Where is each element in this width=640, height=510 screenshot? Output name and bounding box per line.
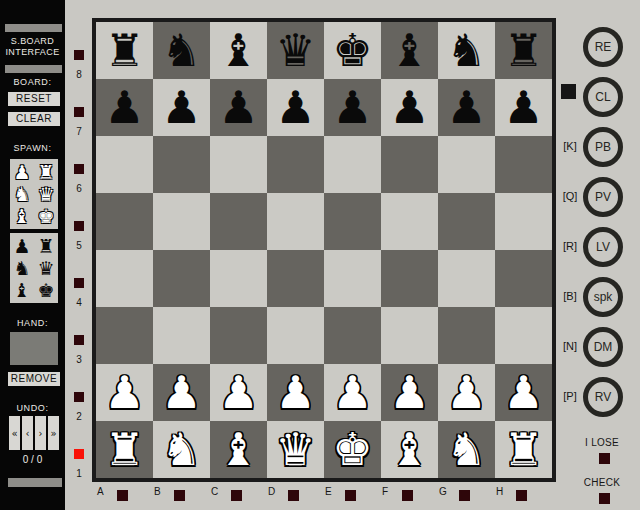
black-pawn: ♟ xyxy=(161,85,201,130)
rank-label-6: 6 xyxy=(70,183,88,194)
spawn-piece-black-king[interactable]: ♚ xyxy=(34,279,58,301)
rank-label-2: 2 xyxy=(70,411,88,422)
square-h3[interactable] xyxy=(495,307,552,364)
square-h8[interactable]: ♜ xyxy=(495,22,552,79)
rank-label-1: 1 xyxy=(70,468,88,479)
black-queen: ♛ xyxy=(275,28,315,73)
key-tag-r: [R] xyxy=(558,240,582,252)
spawn-piece-white-knight[interactable]: ♞ xyxy=(10,183,34,205)
white-pawn: ♟ xyxy=(275,370,315,415)
spawn-piece-black-queen[interactable]: ♛ xyxy=(34,257,58,279)
square-e6[interactable] xyxy=(324,136,381,193)
cl-indicator-square xyxy=(561,84,576,99)
spawn-piece-black-bishop[interactable]: ♝ xyxy=(10,279,34,301)
undo-all-button[interactable]: « xyxy=(9,416,20,450)
square-g6[interactable] xyxy=(438,136,495,193)
square-h1[interactable]: ♜ xyxy=(495,421,552,478)
square-g8[interactable]: ♞ xyxy=(438,22,495,79)
app-title: S.BOARD INTERFACE xyxy=(0,36,65,58)
rank-led-1 xyxy=(74,449,84,459)
spawn-piece-white-pawn[interactable]: ♟ xyxy=(10,161,34,183)
square-b5[interactable] xyxy=(153,193,210,250)
square-d6[interactable] xyxy=(267,136,324,193)
white-pawn: ♟ xyxy=(446,370,486,415)
square-b6[interactable] xyxy=(153,136,210,193)
reset-button[interactable]: RESET xyxy=(8,92,60,106)
square-e5[interactable] xyxy=(324,193,381,250)
hand-section-label: HAND: xyxy=(0,318,65,328)
square-a1[interactable]: ♜ xyxy=(96,421,153,478)
square-c6[interactable] xyxy=(210,136,267,193)
square-d3[interactable] xyxy=(267,307,324,364)
white-rook: ♜ xyxy=(104,427,144,472)
square-f2[interactable]: ♟ xyxy=(381,364,438,421)
redo-all-button[interactable]: » xyxy=(48,416,59,450)
square-c3[interactable] xyxy=(210,307,267,364)
file-led-b xyxy=(174,490,185,501)
square-g2[interactable]: ♟ xyxy=(438,364,495,421)
rank-label-3: 3 xyxy=(70,354,88,365)
square-b3[interactable] xyxy=(153,307,210,364)
footer-bar xyxy=(8,478,62,487)
square-b4[interactable] xyxy=(153,250,210,307)
pb-button[interactable]: PB xyxy=(583,127,623,167)
square-a8[interactable]: ♜ xyxy=(96,22,153,79)
i-lose-label: I LOSE xyxy=(569,437,635,448)
rank-led-6 xyxy=(74,164,84,174)
square-d4[interactable] xyxy=(267,250,324,307)
key-tag-b: [B] xyxy=(558,290,582,302)
black-bishop: ♝ xyxy=(389,28,429,73)
white-bishop: ♝ xyxy=(218,427,258,472)
rank-led-2 xyxy=(74,392,84,402)
board-frame: ♜♞♝♛♚♝♞♜♟♟♟♟♟♟♟♟♟♟♟♟♟♟♟♟♜♞♝♛♚♝♞♜ xyxy=(92,18,556,482)
undo-button-group: «‹›» xyxy=(9,416,59,450)
square-f1[interactable]: ♝ xyxy=(381,421,438,478)
spawn-piece-black-pawn[interactable]: ♟ xyxy=(10,235,34,257)
file-label-e: E xyxy=(325,486,332,497)
dm-button[interactable]: DM xyxy=(583,327,623,367)
black-rook: ♜ xyxy=(104,28,144,73)
check-led xyxy=(599,493,610,504)
file-led-d xyxy=(288,490,299,501)
black-pawn: ♟ xyxy=(275,85,315,130)
square-e1[interactable]: ♚ xyxy=(324,421,381,478)
square-e3[interactable] xyxy=(324,307,381,364)
square-a5[interactable] xyxy=(96,193,153,250)
square-h5[interactable] xyxy=(495,193,552,250)
square-f7[interactable]: ♟ xyxy=(381,79,438,136)
square-g7[interactable]: ♟ xyxy=(438,79,495,136)
square-e4[interactable] xyxy=(324,250,381,307)
key-tag-n: [N] xyxy=(558,340,582,352)
black-knight: ♞ xyxy=(161,28,201,73)
clear-button[interactable]: CLEAR xyxy=(8,112,60,126)
rank-led-5 xyxy=(74,221,84,231)
file-led-a xyxy=(117,490,128,501)
white-pawn: ♟ xyxy=(503,370,543,415)
white-pawn: ♟ xyxy=(389,370,429,415)
file-label-g: G xyxy=(439,486,447,497)
undo-button[interactable]: ‹ xyxy=(22,416,33,450)
white-pawn: ♟ xyxy=(161,370,201,415)
file-label-d: D xyxy=(268,486,275,497)
white-pawn: ♟ xyxy=(332,370,372,415)
spawn-piece-black-knight[interactable]: ♞ xyxy=(10,257,34,279)
square-e8[interactable]: ♚ xyxy=(324,22,381,79)
re-button[interactable]: RE xyxy=(583,27,623,67)
square-c8[interactable]: ♝ xyxy=(210,22,267,79)
black-king: ♚ xyxy=(332,28,372,73)
square-c5[interactable] xyxy=(210,193,267,250)
rank-label-7: 7 xyxy=(70,126,88,137)
board-section-label: BOARD: xyxy=(0,77,65,87)
square-f8[interactable]: ♝ xyxy=(381,22,438,79)
key-tag-k: [K] xyxy=(558,140,582,152)
file-label-b: B xyxy=(154,486,161,497)
square-c7[interactable]: ♟ xyxy=(210,79,267,136)
rank-led-3 xyxy=(74,335,84,345)
rank-led-4 xyxy=(74,278,84,288)
check-label: CHECK xyxy=(569,477,635,488)
square-d8[interactable]: ♛ xyxy=(267,22,324,79)
white-pawn: ♟ xyxy=(104,370,144,415)
square-h2[interactable]: ♟ xyxy=(495,364,552,421)
square-a3[interactable] xyxy=(96,307,153,364)
key-tag-p: [P] xyxy=(558,390,582,402)
square-h7[interactable]: ♟ xyxy=(495,79,552,136)
title-divider-bottom xyxy=(5,65,62,73)
square-a7[interactable]: ♟ xyxy=(96,79,153,136)
file-led-c xyxy=(231,490,242,501)
white-queen: ♛ xyxy=(275,427,315,472)
cl-button[interactable]: CL xyxy=(583,77,623,117)
square-d1[interactable]: ♛ xyxy=(267,421,324,478)
square-g1[interactable]: ♞ xyxy=(438,421,495,478)
spk-button[interactable]: spk xyxy=(583,277,623,317)
square-a4[interactable] xyxy=(96,250,153,307)
white-knight: ♞ xyxy=(446,427,486,472)
redo-button[interactable]: › xyxy=(35,416,46,450)
square-a2[interactable]: ♟ xyxy=(96,364,153,421)
square-f3[interactable] xyxy=(381,307,438,364)
spawn-section-label: SPAWN: xyxy=(0,143,65,153)
black-pawn: ♟ xyxy=(218,85,258,130)
chess-board: ♜♞♝♛♚♝♞♜♟♟♟♟♟♟♟♟♟♟♟♟♟♟♟♟♜♞♝♛♚♝♞♜ xyxy=(96,22,552,478)
square-g4[interactable] xyxy=(438,250,495,307)
black-rook: ♜ xyxy=(503,28,543,73)
rank-label-4: 4 xyxy=(70,297,88,308)
file-led-e xyxy=(345,490,356,501)
square-b2[interactable]: ♟ xyxy=(153,364,210,421)
file-label-h: H xyxy=(496,486,503,497)
rank-label-5: 5 xyxy=(70,240,88,251)
app-title-line2: INTERFACE xyxy=(5,47,59,57)
square-h4[interactable] xyxy=(495,250,552,307)
square-d7[interactable]: ♟ xyxy=(267,79,324,136)
spawn-palette-white: ♟♜♞♛♝♚ xyxy=(10,159,58,229)
rv-button[interactable]: RV xyxy=(583,377,623,417)
spawn-piece-white-bishop[interactable]: ♝ xyxy=(10,205,34,227)
square-f5[interactable] xyxy=(381,193,438,250)
spawn-piece-white-queen[interactable]: ♛ xyxy=(34,183,58,205)
square-f6[interactable] xyxy=(381,136,438,193)
file-label-f: F xyxy=(382,486,388,497)
white-pawn: ♟ xyxy=(218,370,258,415)
square-b8[interactable]: ♞ xyxy=(153,22,210,79)
title-divider-top xyxy=(5,24,62,32)
chess-board-interface: S.BOARD INTERFACE BOARD: RESET CLEAR SPA… xyxy=(0,0,640,510)
spawn-palette-black: ♟♜♞♛♝♚ xyxy=(10,233,58,303)
file-label-a: A xyxy=(97,486,104,497)
black-pawn: ♟ xyxy=(446,85,486,130)
file-led-f xyxy=(402,490,413,501)
square-d2[interactable]: ♟ xyxy=(267,364,324,421)
i-lose-led xyxy=(599,453,610,464)
hand-display xyxy=(10,332,58,365)
square-h6[interactable] xyxy=(495,136,552,193)
white-bishop: ♝ xyxy=(389,427,429,472)
black-pawn: ♟ xyxy=(389,85,429,130)
black-bishop: ♝ xyxy=(218,28,258,73)
spawn-piece-white-rook[interactable]: ♜ xyxy=(34,161,58,183)
black-pawn: ♟ xyxy=(332,85,372,130)
square-b7[interactable]: ♟ xyxy=(153,79,210,136)
white-king: ♚ xyxy=(332,427,372,472)
remove-button[interactable]: REMOVE xyxy=(8,372,60,386)
file-led-h xyxy=(516,490,527,501)
black-pawn: ♟ xyxy=(104,85,144,130)
sidebar: S.BOARD INTERFACE BOARD: RESET CLEAR SPA… xyxy=(0,0,65,510)
square-e2[interactable]: ♟ xyxy=(324,364,381,421)
file-label-c: C xyxy=(211,486,218,497)
rank-label-8: 8 xyxy=(70,69,88,80)
spawn-piece-black-rook[interactable]: ♜ xyxy=(34,235,58,257)
app-title-line1: S.BOARD xyxy=(11,36,54,46)
square-d5[interactable] xyxy=(267,193,324,250)
white-knight: ♞ xyxy=(161,427,201,472)
black-pawn: ♟ xyxy=(503,85,543,130)
rank-led-7 xyxy=(74,107,84,117)
spawn-piece-white-king[interactable]: ♚ xyxy=(34,205,58,227)
lv-button[interactable]: LV xyxy=(583,227,623,267)
square-g5[interactable] xyxy=(438,193,495,250)
square-b1[interactable]: ♞ xyxy=(153,421,210,478)
square-c4[interactable] xyxy=(210,250,267,307)
square-c2[interactable]: ♟ xyxy=(210,364,267,421)
square-c1[interactable]: ♝ xyxy=(210,421,267,478)
square-a6[interactable] xyxy=(96,136,153,193)
square-g3[interactable] xyxy=(438,307,495,364)
black-knight: ♞ xyxy=(446,28,486,73)
square-e7[interactable]: ♟ xyxy=(324,79,381,136)
white-rook: ♜ xyxy=(503,427,543,472)
key-tag-q: [Q] xyxy=(558,190,582,202)
square-f4[interactable] xyxy=(381,250,438,307)
undo-counter: 0 / 0 xyxy=(0,454,65,465)
file-led-g xyxy=(459,490,470,501)
pv-button[interactable]: PV xyxy=(583,177,623,217)
rank-led-8 xyxy=(74,50,84,60)
undo-section-label: UNDO: xyxy=(0,403,65,413)
